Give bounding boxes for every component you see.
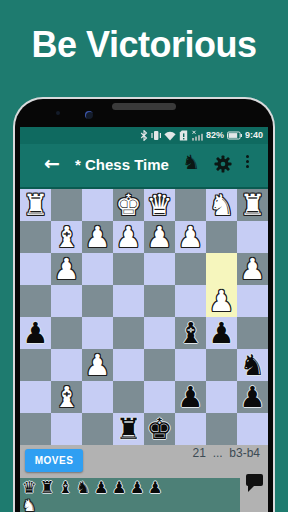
board-square[interactable] xyxy=(237,221,268,253)
white-piece: ♝ xyxy=(51,221,82,253)
board-square[interactable] xyxy=(175,349,206,381)
board-square[interactable] xyxy=(82,413,113,445)
board-square[interactable] xyxy=(206,349,237,381)
board-square[interactable] xyxy=(51,349,82,381)
board-square[interactable] xyxy=(175,413,206,445)
board-square[interactable]: ♟ xyxy=(144,221,175,253)
board-square[interactable] xyxy=(51,285,82,317)
captured-piece: ♛ xyxy=(22,479,40,497)
captured-piece: ♜ xyxy=(40,479,58,497)
board-square[interactable]: ♟ xyxy=(20,317,51,349)
board-square[interactable] xyxy=(82,317,113,349)
board-square[interactable] xyxy=(82,189,113,221)
last-move-label: 21 ... b3-b4 xyxy=(193,445,260,461)
board-square[interactable] xyxy=(113,253,144,285)
app-bar: ← * Chess Time ♞ xyxy=(20,144,268,189)
captured-piece: ♟ xyxy=(112,479,130,497)
board-square[interactable] xyxy=(113,349,144,381)
captured-piece: ♟ xyxy=(130,479,148,497)
white-piece: ♟ xyxy=(82,221,113,253)
board-square[interactable]: ♜ xyxy=(20,189,51,221)
white-piece: ♞ xyxy=(206,189,237,221)
white-piece: ♟ xyxy=(144,221,175,253)
board-square[interactable] xyxy=(144,317,175,349)
board-square[interactable]: ♟ xyxy=(175,221,206,253)
sim-alert-icon xyxy=(179,130,188,141)
captured-piece: ♟ xyxy=(94,479,112,497)
board-square[interactable] xyxy=(237,413,268,445)
white-piece: ♛ xyxy=(144,189,175,221)
board-square[interactable] xyxy=(175,189,206,221)
white-piece: ♝ xyxy=(51,381,82,413)
board-square[interactable] xyxy=(51,317,82,349)
board-square[interactable] xyxy=(237,317,268,349)
black-piece: ♞ xyxy=(237,349,268,381)
white-piece: ♟ xyxy=(175,221,206,253)
chat-bubble-icon[interactable] xyxy=(246,474,263,486)
board-square[interactable]: ♟ xyxy=(82,221,113,253)
board-square[interactable]: ♜ xyxy=(113,413,144,445)
app-title: * Chess Time xyxy=(75,156,169,173)
board-square[interactable]: ♟ xyxy=(237,381,268,413)
phone-screen: 82% 9:40 ← * Chess Time ♞ xyxy=(20,127,268,512)
phone-camera-dot xyxy=(56,111,60,115)
board-square[interactable]: ♟ xyxy=(206,285,237,317)
board-square[interactable]: ♟ xyxy=(206,317,237,349)
black-piece: ♟ xyxy=(206,317,237,349)
board-square[interactable] xyxy=(113,317,144,349)
phone-speaker xyxy=(112,103,176,110)
board-square[interactable] xyxy=(20,413,51,445)
black-piece: ♚ xyxy=(144,413,175,445)
moves-button[interactable]: MOVES xyxy=(25,449,83,472)
banner-headline: Be Victorious xyxy=(0,24,288,66)
captured-pieces-tray: ♛♜♝♞♟♟♟♟ ♞ xyxy=(20,478,240,512)
board-square[interactable]: ♝ xyxy=(51,381,82,413)
board-square[interactable] xyxy=(144,381,175,413)
white-piece: ♟ xyxy=(51,253,82,285)
board-square[interactable]: ♝ xyxy=(51,221,82,253)
captured-white-pieces-row: ♞ xyxy=(22,497,238,512)
white-piece: ♟ xyxy=(113,221,144,253)
board-square[interactable] xyxy=(113,285,144,317)
clock-label: 9:40 xyxy=(245,127,263,144)
captured-black-pieces-row: ♛♜♝♞♟♟♟♟ xyxy=(22,479,238,497)
board-square[interactable] xyxy=(82,381,113,413)
board-square[interactable] xyxy=(237,285,268,317)
knight-icon[interactable]: ♞ xyxy=(180,150,202,174)
board-square[interactable]: ♛ xyxy=(144,189,175,221)
board-square[interactable] xyxy=(175,253,206,285)
chess-board: ♜♚♛♞♜♝♟♟♟♟♟♟♟♟♝♟♟♞♝♟♟♜♚ xyxy=(20,189,268,445)
board-square[interactable] xyxy=(206,381,237,413)
bottom-bar: MOVES 21 ... b3-b4 ♛♜♝♞♟♟♟♟ ♞ xyxy=(20,445,268,512)
black-piece: ♟ xyxy=(237,381,268,413)
screenshot-root: Be Victorious xyxy=(0,0,288,512)
board-square[interactable] xyxy=(20,381,51,413)
captured-piece: ♞ xyxy=(22,497,40,512)
board-square[interactable]: ♟ xyxy=(175,381,206,413)
overflow-menu-icon[interactable] xyxy=(245,155,249,175)
board-square[interactable] xyxy=(82,253,113,285)
board-square[interactable] xyxy=(113,381,144,413)
board-square[interactable] xyxy=(175,285,206,317)
bluetooth-icon xyxy=(140,130,148,141)
no-signal-icon xyxy=(191,130,203,141)
board-square[interactable]: ♞ xyxy=(206,189,237,221)
board-square[interactable] xyxy=(144,285,175,317)
board-square[interactable] xyxy=(20,221,51,253)
wifi-icon xyxy=(164,131,176,141)
board-square[interactable] xyxy=(206,413,237,445)
white-piece: ♟ xyxy=(206,285,237,317)
white-piece: ♟ xyxy=(237,253,268,285)
board-square[interactable]: ♟ xyxy=(113,221,144,253)
black-piece: ♟ xyxy=(175,381,206,413)
board-square[interactable] xyxy=(206,253,237,285)
white-piece: ♟ xyxy=(82,349,113,381)
black-piece: ♝ xyxy=(175,317,206,349)
white-piece: ♚ xyxy=(113,189,144,221)
back-arrow-icon[interactable]: ← xyxy=(44,152,60,174)
white-piece: ♜ xyxy=(20,189,51,221)
board-square[interactable] xyxy=(51,189,82,221)
captured-piece: ♝ xyxy=(58,479,76,497)
board-square[interactable]: ♜ xyxy=(237,189,268,221)
board-square[interactable] xyxy=(20,285,51,317)
captured-piece: ♟ xyxy=(148,479,166,497)
board-square[interactable] xyxy=(51,413,82,445)
board-square[interactable]: ♚ xyxy=(144,413,175,445)
board-square[interactable] xyxy=(82,285,113,317)
board-square[interactable] xyxy=(206,221,237,253)
board-square[interactable] xyxy=(144,349,175,381)
board-square[interactable] xyxy=(144,253,175,285)
board-square[interactable] xyxy=(20,349,51,381)
phone-camera xyxy=(85,111,93,119)
battery-icon xyxy=(227,131,242,140)
board-square[interactable]: ♟ xyxy=(51,253,82,285)
board-square[interactable] xyxy=(20,253,51,285)
white-piece: ♜ xyxy=(237,189,268,221)
settings-gear-icon[interactable] xyxy=(214,155,232,173)
status-bar: 82% 9:40 xyxy=(20,127,268,144)
captured-piece: ♞ xyxy=(76,479,94,497)
board-square[interactable]: ♞ xyxy=(237,349,268,381)
board-square[interactable]: ♝ xyxy=(175,317,206,349)
board-square[interactable]: ♟ xyxy=(237,253,268,285)
board-square[interactable]: ♟ xyxy=(82,349,113,381)
battery-percent-label: 82% xyxy=(206,127,224,144)
vibrate-icon xyxy=(151,130,161,141)
black-piece: ♜ xyxy=(113,413,144,445)
board-square[interactable]: ♚ xyxy=(113,189,144,221)
black-piece: ♟ xyxy=(20,317,51,349)
phone-frame: 82% 9:40 ← * Chess Time ♞ xyxy=(13,97,275,512)
